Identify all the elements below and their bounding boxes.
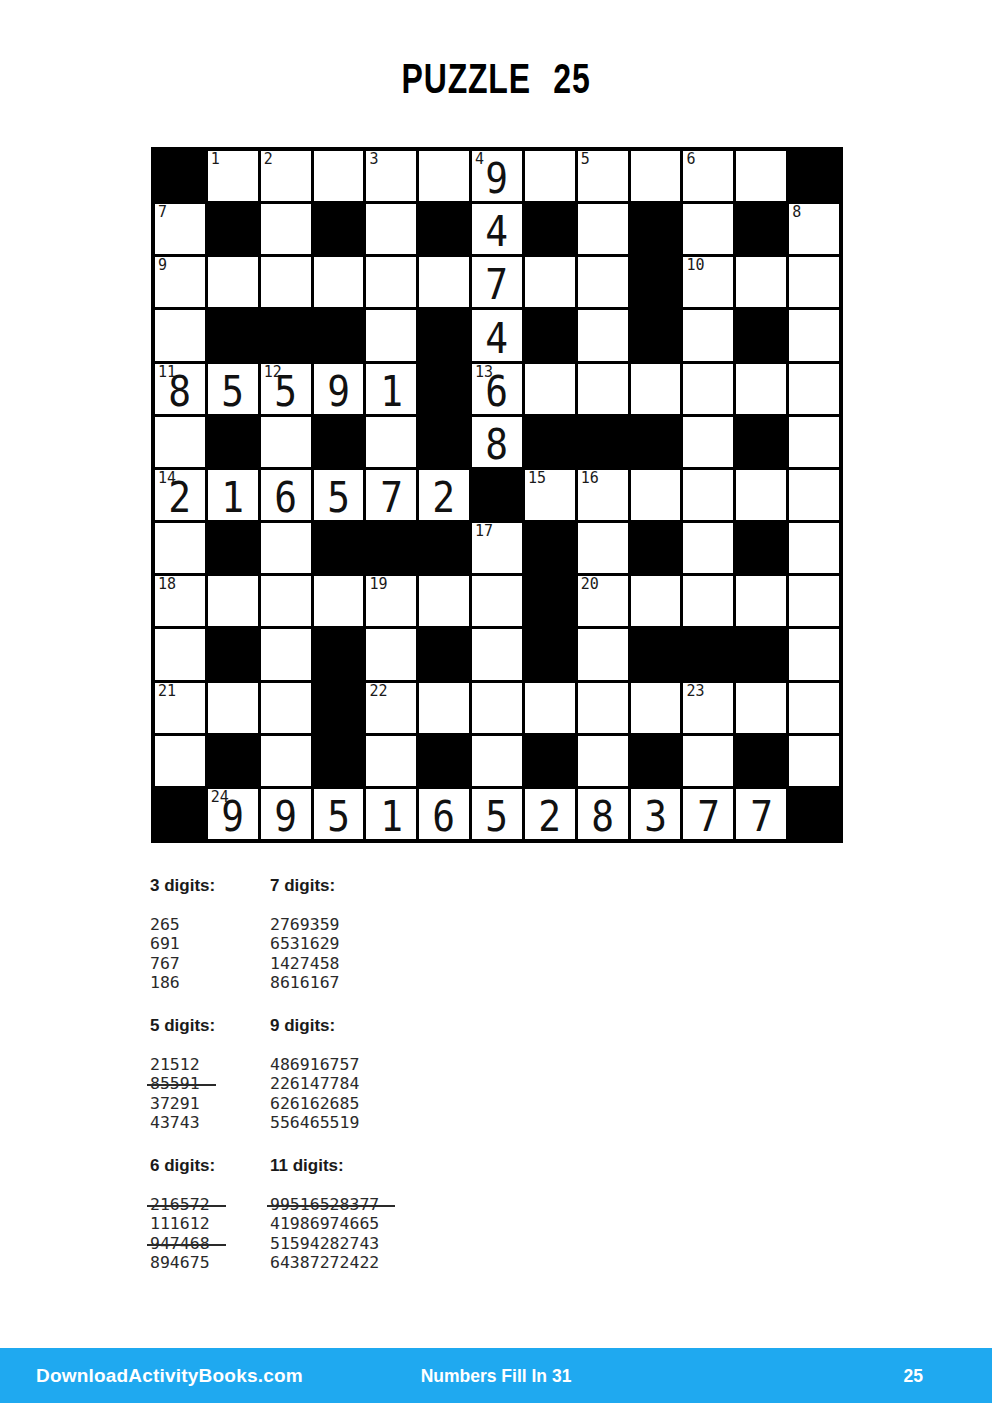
black-cell (578, 417, 628, 467)
grid-cell[interactable] (736, 470, 786, 520)
grid-cell[interactable] (683, 523, 733, 573)
grid-cell: 118 (155, 364, 205, 414)
black-cell (208, 204, 258, 254)
given-digit: 6 (486, 371, 509, 413)
grid-cell[interactable] (261, 576, 311, 626)
clue-group-header: 6 digits: (150, 1156, 268, 1176)
clue-number: 21 (158, 683, 176, 700)
black-cell (631, 204, 681, 254)
page: PUZZLE 25 123495674897104118512591136814… (0, 0, 992, 1403)
grid-cell[interactable] (208, 576, 258, 626)
grid-cell[interactable] (789, 257, 839, 307)
grid-cell[interactable] (578, 257, 628, 307)
clue-number: 19 (369, 576, 387, 593)
grid-cell: 142 (155, 470, 205, 520)
black-cell (261, 310, 311, 360)
grid-cell[interactable]: 23 (683, 683, 733, 733)
black-cell (208, 310, 258, 360)
grid-cell[interactable] (472, 736, 522, 786)
black-cell (683, 629, 733, 679)
grid-cell: 7 (366, 470, 416, 520)
clue-number: 1 (211, 151, 220, 168)
black-cell (366, 523, 416, 573)
grid-cell[interactable] (631, 576, 681, 626)
clue-item-struck: 947468 (150, 1234, 268, 1253)
black-cell (736, 629, 786, 679)
grid-cell[interactable] (366, 310, 416, 360)
grid-cell[interactable] (789, 576, 839, 626)
grid-cell[interactable] (155, 629, 205, 679)
grid-cell[interactable] (261, 629, 311, 679)
grid-cell[interactable] (789, 310, 839, 360)
black-cell (631, 523, 681, 573)
given-digit: 9 (327, 371, 350, 413)
clue-number: 20 (581, 576, 599, 593)
clue-number: 7 (158, 204, 167, 221)
clue-item: 1427458 (270, 954, 470, 973)
black-cell (314, 417, 364, 467)
black-cell (155, 151, 205, 201)
grid-cell[interactable] (578, 364, 628, 414)
clue-number: 17 (475, 523, 493, 540)
given-digit: 8 (486, 424, 509, 466)
clue-item: 767 (150, 954, 268, 973)
clue-item: 265 (150, 915, 268, 934)
clue-group: 7 digits:2769359653162914274588616167 (270, 876, 470, 993)
grid-cell[interactable] (419, 683, 469, 733)
given-digit: 1 (380, 796, 403, 838)
grid-cell: 7 (683, 789, 733, 839)
black-cell (736, 204, 786, 254)
grid-cell[interactable]: 6 (683, 151, 733, 201)
grid-cell[interactable] (208, 257, 258, 307)
clue-item: 8616167 (270, 973, 470, 992)
black-cell (631, 417, 681, 467)
given-digit: 5 (327, 477, 350, 519)
grid-cell: 5 (314, 789, 364, 839)
grid-cell: 7 (736, 789, 786, 839)
clue-item: 2769359 (270, 915, 470, 934)
clue-item: 626162685 (270, 1094, 470, 1113)
grid-cell[interactable] (683, 364, 733, 414)
grid-cell[interactable] (789, 683, 839, 733)
grid-cell[interactable]: 19 (366, 576, 416, 626)
page-title: PUZZLE 25 (402, 55, 591, 102)
clue-number: 15 (528, 470, 546, 487)
black-cell (525, 629, 575, 679)
grid-cell: 5 (314, 470, 364, 520)
grid-cell[interactable] (366, 736, 416, 786)
footer-puzzle-name: Numbers Fill In 31 (421, 1365, 572, 1386)
black-cell (419, 364, 469, 414)
clue-number: 23 (686, 683, 704, 700)
given-digit: 5 (327, 796, 350, 838)
grid-cell: 1 (208, 470, 258, 520)
grid-cell[interactable] (261, 204, 311, 254)
clue-group: 5 digits:21512855913729143743 (150, 1016, 268, 1133)
grid-cell[interactable] (789, 364, 839, 414)
grid-cell[interactable] (419, 576, 469, 626)
clue-group: 6 digits:216572111612947468894675 (150, 1156, 268, 1273)
grid-cell[interactable] (155, 417, 205, 467)
grid-cell[interactable]: 1 (208, 151, 258, 201)
clue-group-header: 3 digits: (150, 876, 268, 896)
board: 1234956748971041185125911368142165721516… (151, 147, 843, 843)
grid-cell[interactable] (261, 683, 311, 733)
given-digit: 4 (486, 318, 509, 360)
clue-item: 41986974665 (270, 1214, 470, 1233)
grid-cell: 7 (472, 257, 522, 307)
clue-item: 691 (150, 934, 268, 953)
black-cell (736, 523, 786, 573)
grid-cell: 3 (631, 789, 681, 839)
clue-item: 226147784 (270, 1074, 470, 1093)
given-digit: 1 (221, 477, 244, 519)
grid-cell: 125 (261, 364, 311, 414)
black-cell (419, 629, 469, 679)
black-cell (525, 576, 575, 626)
clue-group-header: 5 digits: (150, 1016, 268, 1036)
clue-number: 22 (369, 683, 387, 700)
black-cell (419, 523, 469, 573)
grid-cell[interactable]: 7 (155, 204, 205, 254)
given-digit: 2 (433, 477, 456, 519)
grid-cell[interactable]: 16 (578, 470, 628, 520)
grid-cell[interactable] (789, 470, 839, 520)
grid-cell: 9 (314, 364, 364, 414)
grid-cell[interactable] (736, 151, 786, 201)
grid-cell: 249 (208, 789, 258, 839)
grid-cell[interactable] (261, 257, 311, 307)
grid-cell: 1 (366, 364, 416, 414)
grid-cell[interactable] (683, 736, 733, 786)
grid-cell[interactable]: 17 (472, 523, 522, 573)
black-cell (314, 523, 364, 573)
grid-cell[interactable] (631, 364, 681, 414)
grid-cell: 49 (472, 151, 522, 201)
black-cell (208, 523, 258, 573)
grid-cell: 6 (261, 470, 311, 520)
clue-item: 64387272422 (270, 1253, 470, 1272)
clue-item: 894675 (150, 1253, 268, 1272)
black-cell (314, 683, 364, 733)
footer-page-number: 25 (904, 1365, 923, 1386)
grid-cell[interactable] (314, 151, 364, 201)
grid-cell[interactable] (314, 576, 364, 626)
grid-cell[interactable] (736, 576, 786, 626)
grid-cell[interactable] (789, 629, 839, 679)
given-digit: 7 (380, 477, 403, 519)
clue-item-struck: 99516528377 (270, 1195, 470, 1214)
grid-cell: 5 (472, 789, 522, 839)
grid-cell: 2 (419, 470, 469, 520)
footer-bar: DownloadActivityBooks.com Numbers Fill I… (0, 1348, 992, 1403)
given-digit: 3 (644, 796, 667, 838)
grid-cell[interactable] (261, 417, 311, 467)
grid-cell[interactable] (155, 523, 205, 573)
clue-number: 8 (792, 204, 801, 221)
clue-item: 37291 (150, 1094, 268, 1113)
given-digit: 9 (486, 158, 509, 200)
grid-cell[interactable] (261, 523, 311, 573)
grid-cell[interactable]: 22 (366, 683, 416, 733)
grid-cell[interactable]: 18 (155, 576, 205, 626)
black-cell (736, 736, 786, 786)
black-cell (419, 204, 469, 254)
black-cell (419, 417, 469, 467)
grid-cell[interactable]: 3 (366, 151, 416, 201)
given-digit: 8 (169, 371, 192, 413)
black-cell (631, 629, 681, 679)
grid-cell[interactable] (631, 151, 681, 201)
grid-cell[interactable] (736, 364, 786, 414)
grid-cell: 8 (578, 789, 628, 839)
grid-cell: 8 (472, 417, 522, 467)
grid-cell[interactable] (789, 417, 839, 467)
clue-number: 3 (369, 151, 378, 168)
black-cell (419, 736, 469, 786)
grid-cell[interactable]: 21 (155, 683, 205, 733)
grid-cell[interactable] (578, 204, 628, 254)
grid-cell: 4 (472, 310, 522, 360)
clue-number: 6 (686, 151, 695, 168)
clue-group-header: 7 digits: (270, 876, 470, 896)
grid-cell[interactable] (366, 629, 416, 679)
black-cell (314, 204, 364, 254)
given-digit: 4 (486, 211, 509, 253)
clue-group: 9 digits:4869167572261477846261626855564… (270, 1016, 470, 1133)
given-digit: 2 (538, 796, 561, 838)
black-cell (789, 789, 839, 839)
black-cell (472, 470, 522, 520)
clue-item: 43743 (150, 1113, 268, 1132)
clue-item: 486916757 (270, 1055, 470, 1074)
black-cell (155, 789, 205, 839)
given-digit: 7 (697, 796, 720, 838)
black-cell (525, 523, 575, 573)
grid-cell[interactable] (789, 523, 839, 573)
grid-cell[interactable] (419, 151, 469, 201)
black-cell (208, 629, 258, 679)
grid-cell[interactable] (683, 470, 733, 520)
grid-cell: 6 (419, 789, 469, 839)
given-digit: 5 (221, 371, 244, 413)
grid-cell[interactable]: 2 (261, 151, 311, 201)
black-cell (314, 629, 364, 679)
grid-cell[interactable] (472, 576, 522, 626)
grid-cell[interactable] (683, 417, 733, 467)
grid-cell[interactable] (261, 736, 311, 786)
clue-number: 2 (264, 151, 273, 168)
clue-item: 556465519 (270, 1113, 470, 1132)
clue-group-header: 9 digits: (270, 1016, 470, 1036)
clue-number: 4 (475, 151, 484, 168)
clue-item: 6531629 (270, 934, 470, 953)
grid-cell[interactable] (208, 683, 258, 733)
grid-cell[interactable] (525, 364, 575, 414)
grid-cell: 136 (472, 364, 522, 414)
grid-cell[interactable] (683, 310, 733, 360)
clue-item-struck: 216572 (150, 1195, 268, 1214)
black-cell (208, 417, 258, 467)
black-cell (631, 736, 681, 786)
grid-cell: 9 (261, 789, 311, 839)
grid-cell: 5 (208, 364, 258, 414)
black-cell (525, 417, 575, 467)
given-digit: 2 (169, 477, 192, 519)
black-cell (736, 417, 786, 467)
grid-cell[interactable]: 20 (578, 576, 628, 626)
page-title-wrap: PUZZLE 25 (0, 56, 992, 101)
black-cell (736, 310, 786, 360)
clue-item: 51594282743 (270, 1234, 470, 1253)
grid-cell[interactable] (789, 736, 839, 786)
grid-cell[interactable] (155, 310, 205, 360)
black-cell (789, 151, 839, 201)
footer-site-text: DownloadActivityBooks.com (36, 1365, 303, 1387)
clue-item-struck: 85591 (150, 1074, 268, 1093)
clue-number: 16 (581, 470, 599, 487)
grid-cell[interactable] (525, 151, 575, 201)
grid-cell: 1 (366, 789, 416, 839)
grid-cell[interactable] (314, 257, 364, 307)
black-cell (208, 736, 258, 786)
grid-cell[interactable] (578, 310, 628, 360)
given-digit: 9 (221, 796, 244, 838)
grid-cell[interactable] (736, 683, 786, 733)
grid-cell[interactable] (419, 257, 469, 307)
grid-cell[interactable] (578, 523, 628, 573)
grid-cell[interactable]: 8 (789, 204, 839, 254)
grid-cell[interactable] (631, 470, 681, 520)
clue-item: 21512 (150, 1055, 268, 1074)
black-cell (631, 257, 681, 307)
grid-cell[interactable]: 10 (683, 257, 733, 307)
black-cell (525, 204, 575, 254)
clue-group: 11 digits:995165283774198697466551594282… (270, 1156, 470, 1273)
black-cell (631, 310, 681, 360)
given-digit: 5 (274, 371, 297, 413)
clue-group: 3 digits:265691767186 (150, 876, 268, 993)
black-cell (314, 736, 364, 786)
clue-item: 111612 (150, 1214, 268, 1233)
grid-cell[interactable]: 5 (578, 151, 628, 201)
clue-number: 18 (158, 576, 176, 593)
grid-cell[interactable] (366, 417, 416, 467)
black-cell (314, 310, 364, 360)
black-cell (525, 736, 575, 786)
grid-cell[interactable] (736, 257, 786, 307)
grid-cell: 4 (472, 204, 522, 254)
grid-cell[interactable] (155, 736, 205, 786)
grid-cell[interactable] (472, 629, 522, 679)
grid-cell[interactable] (525, 683, 575, 733)
clue-group-header: 11 digits: (270, 1156, 470, 1176)
grid-cell[interactable] (578, 629, 628, 679)
given-digit: 1 (380, 371, 403, 413)
given-digit: 7 (750, 796, 773, 838)
grid-cell[interactable] (472, 683, 522, 733)
grid-cell[interactable]: 9 (155, 257, 205, 307)
given-digit: 8 (591, 796, 614, 838)
black-cell (419, 310, 469, 360)
grid-cell: 2 (525, 789, 575, 839)
grid-cell[interactable]: 15 (525, 470, 575, 520)
grid-cell[interactable] (683, 204, 733, 254)
clue-item: 186 (150, 973, 268, 992)
given-digit: 6 (274, 477, 297, 519)
grid-cell[interactable] (366, 204, 416, 254)
given-digit: 6 (433, 796, 456, 838)
grid-cell[interactable] (578, 683, 628, 733)
grid-cell[interactable] (366, 257, 416, 307)
given-digit: 5 (486, 796, 509, 838)
clue-number: 9 (158, 257, 167, 274)
black-cell (525, 310, 575, 360)
given-digit: 9 (274, 796, 297, 838)
clue-number: 5 (581, 151, 590, 168)
given-digit: 7 (486, 264, 509, 306)
grid-cell[interactable] (525, 257, 575, 307)
clue-number: 10 (686, 257, 704, 274)
grid-cell[interactable] (683, 576, 733, 626)
grid-cell[interactable] (578, 736, 628, 786)
grid-cell[interactable] (631, 683, 681, 733)
